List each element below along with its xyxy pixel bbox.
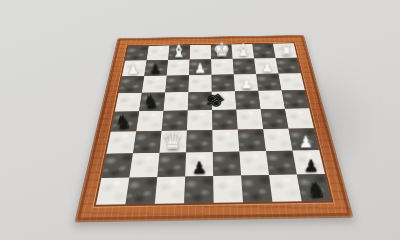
square-b7[interactable]: ♟ — [144, 60, 168, 76]
square-f5[interactable] — [235, 91, 261, 110]
square-f2[interactable] — [239, 151, 269, 176]
square-f7[interactable] — [233, 58, 256, 74]
square-h3[interactable]: ♟ — [289, 128, 320, 150]
square-a3[interactable] — [106, 131, 136, 153]
square-a8[interactable] — [125, 46, 149, 61]
piece-white-pawn[interactable]: ♟ — [240, 77, 253, 91]
square-c8[interactable]: ♝ — [168, 45, 190, 60]
square-e8[interactable]: ♚ — [211, 44, 233, 59]
square-g3[interactable] — [263, 129, 292, 151]
square-b5[interactable]: ♞ — [139, 92, 165, 111]
square-e4[interactable] — [212, 110, 238, 130]
piece-black-knight[interactable]: ♞ — [115, 113, 132, 132]
chessboard-frame: ♝♚♝♜♟♟♟♟♟♞♚♞♛♟♟♟♞ — [74, 35, 353, 223]
square-a7[interactable]: ♟ — [122, 60, 147, 76]
piece-black-pawn[interactable]: ♟ — [303, 157, 318, 174]
square-h5[interactable] — [282, 90, 310, 109]
square-h8[interactable]: ♜ — [273, 43, 297, 58]
square-c2[interactable] — [157, 152, 186, 177]
square-c7[interactable] — [167, 60, 190, 76]
piece-white-bishop[interactable]: ♝ — [235, 41, 251, 58]
square-g6[interactable] — [256, 74, 281, 91]
square-h2[interactable]: ♟ — [293, 150, 325, 175]
square-d6[interactable] — [188, 75, 211, 92]
piece-white-king[interactable]: ♚ — [213, 40, 231, 60]
square-d7[interactable]: ♟ — [189, 59, 211, 75]
chessboard[interactable]: ♝♚♝♜♟♟♟♟♟♞♚♞♛♟♟♟♞ — [96, 43, 331, 204]
piece-white-pawn[interactable]: ♟ — [298, 134, 313, 150]
square-e3[interactable] — [212, 130, 239, 152]
square-g8[interactable] — [252, 44, 275, 59]
square-f3[interactable] — [238, 129, 266, 151]
square-b3[interactable] — [133, 131, 162, 153]
square-b4[interactable] — [136, 111, 163, 131]
piece-white-pawn[interactable]: ♟ — [261, 60, 273, 74]
square-d3[interactable] — [186, 130, 213, 152]
square-d1[interactable] — [184, 176, 213, 203]
piece-black-knight[interactable]: ♞ — [306, 179, 326, 201]
square-b6[interactable] — [142, 76, 167, 93]
square-e1[interactable] — [213, 176, 243, 203]
piece-white-bishop[interactable]: ♝ — [171, 42, 187, 59]
square-b2[interactable] — [129, 153, 159, 178]
square-c5[interactable] — [163, 92, 188, 111]
square-a2[interactable] — [101, 153, 133, 178]
square-h4[interactable] — [285, 108, 314, 128]
square-f8[interactable]: ♝ — [232, 44, 255, 59]
square-h1[interactable]: ♞ — [297, 174, 331, 201]
square-e6[interactable] — [211, 74, 235, 91]
square-f1[interactable] — [241, 175, 272, 202]
square-a6[interactable] — [119, 76, 145, 93]
piece-black-knight[interactable]: ♞ — [143, 93, 159, 111]
square-e7[interactable] — [211, 59, 234, 75]
piece-white-pawn[interactable]: ♟ — [194, 61, 206, 75]
square-g4[interactable] — [261, 109, 289, 129]
square-d8[interactable] — [190, 45, 211, 60]
piece-white-queen[interactable]: ♛ — [162, 128, 184, 152]
square-f6[interactable]: ♟ — [234, 74, 259, 91]
square-b8[interactable] — [147, 45, 170, 60]
square-f4[interactable] — [236, 109, 263, 129]
square-c6[interactable] — [165, 75, 189, 92]
square-e5[interactable]: ♚ — [212, 91, 237, 110]
square-g5[interactable] — [258, 90, 285, 109]
piece-white-pawn[interactable]: ♟ — [127, 63, 139, 77]
piece-white-rook[interactable]: ♜ — [279, 43, 293, 58]
square-c1[interactable] — [155, 177, 185, 204]
chess-render-scene: ♝♚♝♜♟♟♟♟♟♞♚♞♛♟♟♟♞ — [0, 0, 400, 240]
piece-black-pawn[interactable]: ♟ — [149, 62, 161, 76]
square-a4[interactable]: ♞ — [111, 111, 139, 132]
square-e2[interactable] — [213, 151, 241, 176]
square-a5[interactable] — [115, 93, 142, 112]
square-b1[interactable] — [125, 177, 157, 204]
square-h7[interactable] — [276, 58, 301, 74]
square-c3[interactable]: ♛ — [160, 130, 187, 152]
square-d4[interactable] — [187, 110, 212, 130]
square-g7[interactable]: ♟ — [254, 58, 278, 74]
piece-black-pawn[interactable]: ♟ — [191, 159, 206, 176]
square-d2[interactable]: ♟ — [185, 152, 213, 177]
square-a1[interactable] — [96, 178, 129, 205]
square-h6[interactable] — [278, 73, 304, 90]
